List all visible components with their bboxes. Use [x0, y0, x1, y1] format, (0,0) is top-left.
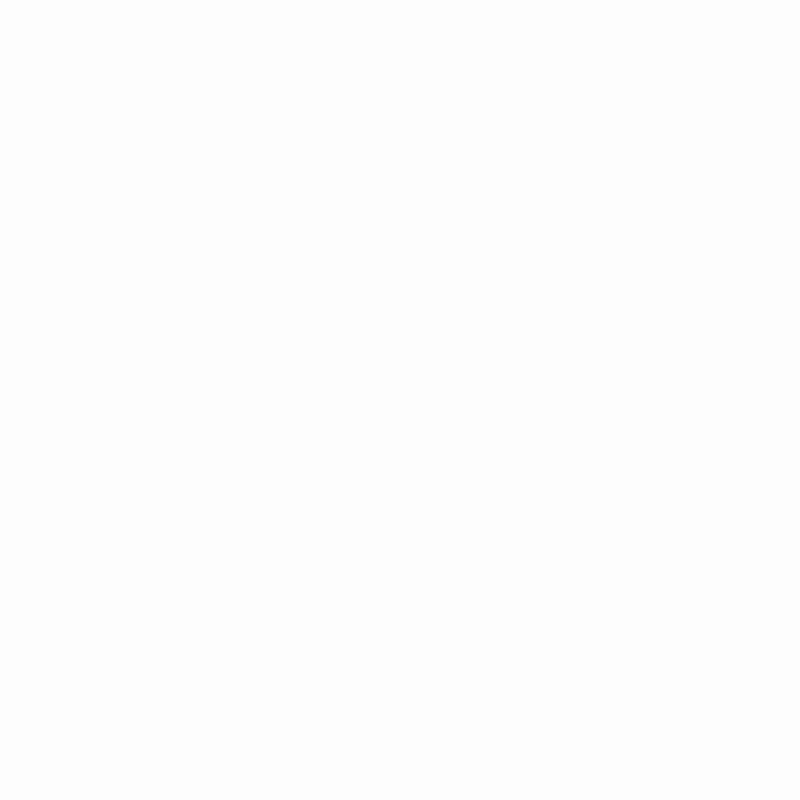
- box-and-board-scene: [0, 0, 800, 800]
- chess-box-product-photo: [0, 0, 800, 800]
